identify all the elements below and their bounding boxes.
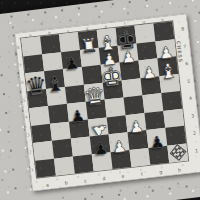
square-f4[interactable] <box>124 95 145 115</box>
square-e2[interactable] <box>109 132 130 152</box>
square-e3[interactable] <box>107 115 128 135</box>
square-e5[interactable] <box>103 80 124 100</box>
square-a4[interactable] <box>29 106 50 126</box>
square-g6[interactable] <box>138 58 159 78</box>
square-f3[interactable] <box>125 113 146 133</box>
square-c8[interactable] <box>59 32 80 52</box>
square-a1[interactable] <box>35 158 56 178</box>
square-d1[interactable] <box>92 152 113 172</box>
square-e8[interactable] <box>97 28 118 48</box>
square-b6[interactable] <box>44 69 65 89</box>
file-label-g: g <box>151 168 170 175</box>
square-g5[interactable] <box>140 76 161 96</box>
square-d4[interactable] <box>86 100 107 120</box>
square-e6[interactable] <box>101 63 122 83</box>
square-h7[interactable] <box>155 39 176 59</box>
square-c2[interactable] <box>71 136 92 156</box>
rank-label-left-8: 8 <box>16 39 21 57</box>
square-f7[interactable] <box>118 43 139 63</box>
square-a5[interactable] <box>27 89 48 109</box>
file-label-c: c <box>75 177 94 184</box>
file-label-f: f <box>132 170 151 177</box>
square-f2[interactable] <box>127 130 148 150</box>
rank-label-5: 5 <box>186 72 191 90</box>
file-label-h: h <box>170 166 189 173</box>
square-b1[interactable] <box>54 156 75 176</box>
square-a6[interactable] <box>25 71 46 91</box>
square-f5[interactable] <box>122 78 143 98</box>
square-b3[interactable] <box>50 121 71 141</box>
square-a8[interactable] <box>21 36 42 56</box>
square-c7[interactable] <box>61 50 82 70</box>
rank-label-7: 7 <box>182 38 187 56</box>
square-g8[interactable] <box>134 24 155 44</box>
rank-label-left-4: 4 <box>24 108 29 126</box>
rank-label-6: 6 <box>184 55 189 73</box>
square-d8[interactable] <box>78 30 99 50</box>
square-h1[interactable] <box>167 143 188 163</box>
square-d7[interactable] <box>80 47 101 67</box>
square-a3[interactable] <box>31 123 52 143</box>
square-b7[interactable] <box>42 52 63 72</box>
board-grid <box>21 21 188 177</box>
square-f1[interactable] <box>129 147 150 167</box>
checkered-diamond-logo <box>169 144 186 161</box>
square-b5[interactable] <box>46 86 67 106</box>
rank-label-2: 2 <box>192 124 197 142</box>
rank-label-left-5: 5 <box>22 91 27 109</box>
square-g7[interactable] <box>136 41 157 61</box>
file-label-a: a <box>38 181 57 188</box>
square-a7[interactable] <box>23 54 44 74</box>
square-g4[interactable] <box>142 93 163 113</box>
square-b2[interactable] <box>52 139 73 159</box>
rank-label-left-3: 3 <box>26 126 31 144</box>
rank-label-3: 3 <box>190 107 195 125</box>
square-e4[interactable] <box>105 97 126 117</box>
rank-label-left-6: 6 <box>20 74 25 92</box>
square-h8[interactable] <box>153 21 174 41</box>
square-c5[interactable] <box>65 84 86 104</box>
square-d5[interactable] <box>84 82 105 102</box>
chessboard-photo-scene: ♜♝♚♟♟♟♟♛♝♚♟♝♛♟♟♟♟♟♟ abcdefgh abcdefgh 87… <box>0 0 200 200</box>
file-label-d: d <box>94 175 113 182</box>
rank-label-left-1: 1 <box>30 161 35 179</box>
square-c1[interactable] <box>73 154 94 174</box>
square-a2[interactable] <box>33 141 54 161</box>
square-h2[interactable] <box>165 126 186 146</box>
rank-label-left-2: 2 <box>28 143 33 161</box>
rank-label-8: 8 <box>180 20 185 38</box>
square-e7[interactable] <box>99 45 120 65</box>
square-g2[interactable] <box>146 128 167 148</box>
square-c6[interactable] <box>63 67 84 87</box>
rank-label-1: 1 <box>194 142 199 160</box>
square-d3[interactable] <box>88 117 109 137</box>
square-h4[interactable] <box>161 91 182 111</box>
square-d6[interactable] <box>82 65 103 85</box>
square-h5[interactable] <box>159 74 180 94</box>
square-h3[interactable] <box>163 108 184 128</box>
chess-board: ♜♝♚♟♟♟♟♛♝♚♟♝♛♟♟♟♟♟♟ abcdefgh abcdefgh 87… <box>15 14 200 192</box>
square-b4[interactable] <box>48 104 69 124</box>
square-f6[interactable] <box>120 60 141 80</box>
rank-label-left-7: 7 <box>18 56 23 74</box>
square-e1[interactable] <box>111 150 132 170</box>
square-h6[interactable] <box>157 56 178 76</box>
square-d2[interactable] <box>90 134 111 154</box>
square-b8[interactable] <box>40 34 61 54</box>
square-c4[interactable] <box>67 102 88 122</box>
square-g3[interactable] <box>144 110 165 130</box>
square-g1[interactable] <box>148 145 169 165</box>
file-label-e: e <box>113 172 132 179</box>
rank-label-4: 4 <box>188 90 193 108</box>
square-c3[interactable] <box>69 119 90 139</box>
file-label-b: b <box>57 179 76 186</box>
square-f8[interactable] <box>116 26 137 46</box>
